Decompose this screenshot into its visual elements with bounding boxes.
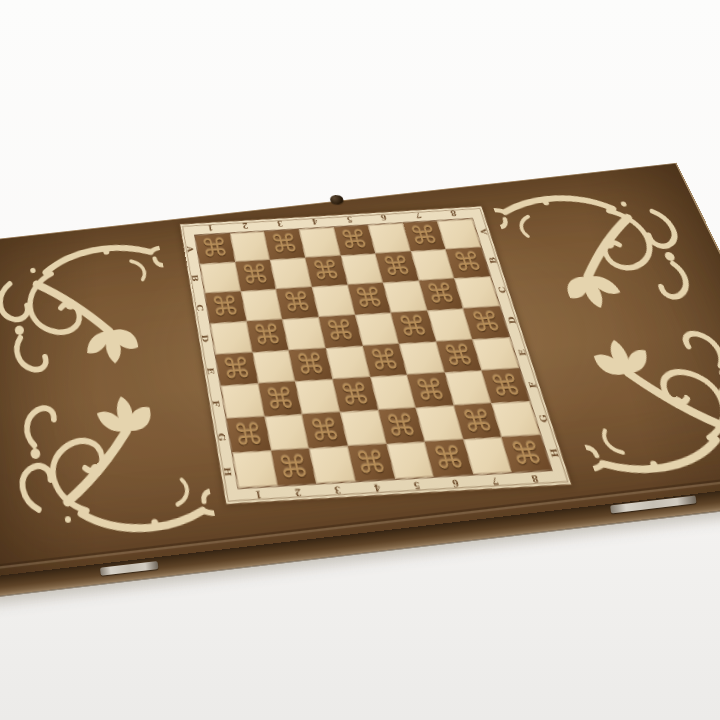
celtic-knot-icon: ⌘ — [269, 232, 301, 257]
coord-bottom-label: 3 — [316, 482, 359, 498]
celtic-knot-icon: ⌘ — [441, 342, 477, 370]
celtic-knot-icon: ⌘ — [408, 223, 441, 248]
coord-bottom-label: 5 — [395, 478, 438, 494]
celtic-knot-icon: ⌘ — [200, 236, 231, 261]
corner-ornament-top-left — [0, 232, 184, 389]
celtic-knot-icon: ⌘ — [469, 309, 505, 336]
celtic-knot-icon: ⌘ — [383, 411, 419, 441]
celtic-knot-icon: ⌘ — [507, 438, 545, 469]
celtic-knot-icon: ⌘ — [396, 313, 431, 341]
photo-background: 12345678 12345678 ABCDEFGH ABCDEFGH ⌘⌘⌘⌘… — [0, 0, 720, 720]
celtic-knot-icon: ⌘ — [413, 376, 449, 405]
coord-bottom-label: 8 — [513, 471, 557, 487]
celtic-knot-icon: ⌘ — [263, 385, 297, 414]
square-e1: ⌘ — [215, 352, 258, 386]
hinge-left-icon — [100, 561, 159, 576]
celtic-knot-icon: ⌘ — [424, 281, 458, 308]
square-a2 — [230, 231, 270, 261]
square-b1 — [200, 262, 241, 293]
square-f1 — [221, 384, 264, 419]
square-g1: ⌘ — [227, 417, 271, 453]
flourish-icon — [488, 175, 720, 327]
coord-bottom-label: 2 — [277, 485, 319, 501]
square-c8 — [454, 276, 499, 308]
celtic-knot-icon: ⌘ — [338, 228, 370, 253]
corner-ornament-bottom-right — [543, 314, 720, 489]
celtic-knot-icon: ⌘ — [307, 415, 342, 445]
coord-bottom-label: 1 — [238, 487, 280, 503]
celtic-knot-icon: ⌘ — [380, 254, 413, 280]
board-grid: ⌘⌘⌘⌘⌘⌘⌘⌘⌘⌘⌘⌘⌘⌘⌘⌘⌘⌘⌘⌘⌘⌘⌘⌘⌘⌘⌘⌘⌘⌘⌘⌘ — [194, 218, 553, 489]
square-d2: ⌘ — [246, 319, 289, 352]
celtic-knot-icon: ⌘ — [352, 285, 386, 312]
celtic-knot-icon: ⌘ — [240, 262, 272, 288]
flourish-icon — [0, 232, 184, 389]
square-b8: ⌘ — [446, 247, 490, 278]
coord-bottom-label: 6 — [434, 475, 477, 491]
square-d8: ⌘ — [463, 306, 509, 339]
celtic-knot-icon: ⌘ — [459, 406, 496, 436]
celtic-knot-icon: ⌘ — [310, 258, 343, 284]
flourish-icon — [0, 377, 219, 558]
celtic-knot-icon: ⌘ — [294, 350, 328, 378]
celtic-knot-icon: ⌘ — [232, 420, 266, 450]
coord-bottom-label: 4 — [356, 480, 399, 496]
celtic-knot-icon: ⌘ — [323, 317, 357, 345]
celtic-knot-icon: ⌘ — [367, 346, 402, 374]
coord-bottom-label: 7 — [474, 473, 518, 489]
corner-ornament-bottom-left — [0, 377, 219, 558]
celtic-knot-icon: ⌘ — [430, 443, 467, 474]
celtic-knot-icon: ⌘ — [487, 371, 524, 400]
square-h1 — [232, 451, 277, 488]
celtic-knot-icon: ⌘ — [338, 380, 373, 409]
square-e8 — [473, 337, 520, 371]
celtic-knot-icon: ⌘ — [281, 289, 314, 316]
square-a1: ⌘ — [195, 233, 235, 263]
square-d1 — [210, 321, 252, 354]
celtic-knot-icon: ⌘ — [220, 355, 253, 383]
celtic-knot-icon: ⌘ — [353, 447, 389, 478]
square-c1: ⌘ — [205, 291, 246, 323]
corner-ornament-top-right — [488, 175, 720, 327]
celtic-knot-icon: ⌘ — [210, 294, 242, 321]
celtic-knot-icon: ⌘ — [451, 250, 485, 276]
latch-knob-icon — [329, 194, 344, 204]
celtic-knot-icon: ⌘ — [276, 451, 311, 482]
celtic-knot-icon: ⌘ — [251, 322, 284, 350]
flourish-icon — [543, 314, 720, 489]
square-c2 — [241, 289, 283, 321]
square-b2: ⌘ — [235, 260, 276, 291]
square-a8 — [437, 219, 481, 249]
